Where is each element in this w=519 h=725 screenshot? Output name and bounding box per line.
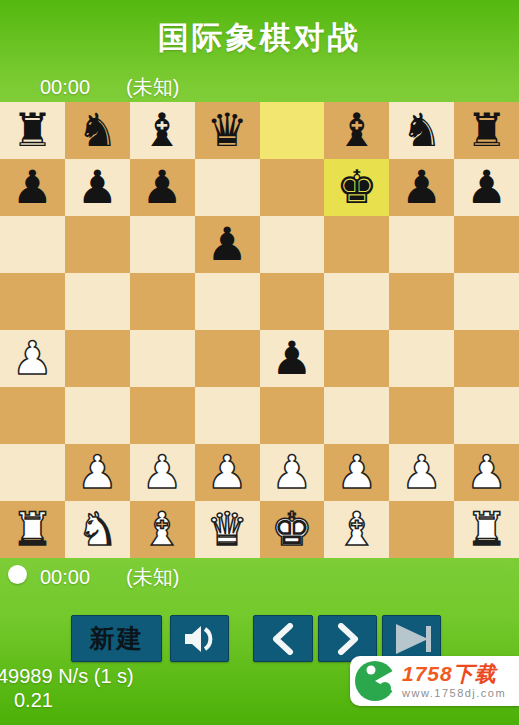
black-queen: ♛ xyxy=(206,107,247,153)
square-f2[interactable]: ♟ xyxy=(324,444,389,501)
square-d6[interactable]: ♟ xyxy=(195,216,260,273)
engine-evaluation: 0.21 xyxy=(14,688,134,712)
square-h1[interactable]: ♜ xyxy=(454,501,519,558)
square-e1[interactable]: ♚ xyxy=(260,501,325,558)
engine-speed: 49989 N/s (1 s) xyxy=(0,664,134,688)
next-move-button[interactable] xyxy=(318,615,377,662)
white-bishop: ♝ xyxy=(142,506,183,552)
square-e2[interactable]: ♟ xyxy=(260,444,325,501)
square-g1[interactable] xyxy=(389,501,454,558)
square-a3[interactable] xyxy=(0,387,65,444)
white-pawn: ♟ xyxy=(12,335,53,381)
white-pawn: ♟ xyxy=(336,449,377,495)
square-c2[interactable]: ♟ xyxy=(130,444,195,501)
square-f6[interactable] xyxy=(324,216,389,273)
white-bishop: ♝ xyxy=(336,506,377,552)
square-f3[interactable] xyxy=(324,387,389,444)
square-b7[interactable]: ♟ xyxy=(65,159,130,216)
square-h8[interactable]: ♜ xyxy=(454,102,519,159)
square-g5[interactable] xyxy=(389,273,454,330)
white-knight: ♞ xyxy=(77,506,118,552)
square-a5[interactable] xyxy=(0,273,65,330)
square-b6[interactable] xyxy=(65,216,130,273)
square-h5[interactable] xyxy=(454,273,519,330)
square-d2[interactable]: ♟ xyxy=(195,444,260,501)
square-e5[interactable] xyxy=(260,273,325,330)
white-pawn: ♟ xyxy=(77,449,118,495)
white-queen: ♛ xyxy=(206,506,247,552)
white-rook: ♜ xyxy=(12,506,53,552)
square-b8[interactable]: ♞ xyxy=(65,102,130,159)
black-knight: ♞ xyxy=(77,107,118,153)
square-c4[interactable] xyxy=(130,330,195,387)
sound-button[interactable] xyxy=(170,615,229,662)
square-b2[interactable]: ♟ xyxy=(65,444,130,501)
square-e4[interactable]: ♟ xyxy=(260,330,325,387)
square-f4[interactable] xyxy=(324,330,389,387)
white-pawn: ♟ xyxy=(466,449,507,495)
square-d1[interactable]: ♛ xyxy=(195,501,260,558)
black-rook: ♜ xyxy=(466,107,507,153)
square-e7[interactable] xyxy=(260,159,325,216)
square-b1[interactable]: ♞ xyxy=(65,501,130,558)
black-pawn: ♟ xyxy=(12,164,53,210)
square-b5[interactable] xyxy=(65,273,130,330)
square-g6[interactable] xyxy=(389,216,454,273)
black-pawn: ♟ xyxy=(271,335,312,381)
square-a1[interactable]: ♜ xyxy=(0,501,65,558)
square-e8[interactable] xyxy=(260,102,325,159)
square-g3[interactable] xyxy=(389,387,454,444)
black-bishop: ♝ xyxy=(336,107,377,153)
white-clock: 00:00 xyxy=(40,566,98,589)
white-pawn: ♟ xyxy=(271,449,312,495)
white-pawn: ♟ xyxy=(206,449,247,495)
pacman-icon xyxy=(354,659,398,703)
black-pawn: ♟ xyxy=(401,164,442,210)
square-d3[interactable] xyxy=(195,387,260,444)
square-h7[interactable]: ♟ xyxy=(454,159,519,216)
skip-to-end-icon xyxy=(392,622,432,656)
square-g4[interactable] xyxy=(389,330,454,387)
black-player-name: (未知) xyxy=(126,74,179,101)
square-h6[interactable] xyxy=(454,216,519,273)
white-player-status: 00:00(未知) xyxy=(40,564,179,591)
chevron-right-icon xyxy=(336,623,360,655)
square-c1[interactable]: ♝ xyxy=(130,501,195,558)
square-a8[interactable]: ♜ xyxy=(0,102,65,159)
square-a4[interactable]: ♟ xyxy=(0,330,65,387)
square-e3[interactable] xyxy=(260,387,325,444)
skip-to-end-button[interactable] xyxy=(382,615,441,662)
black-bishop: ♝ xyxy=(142,107,183,153)
watermark-text: 1758下载 www.1758dj.com xyxy=(402,663,506,699)
square-d8[interactable]: ♛ xyxy=(195,102,260,159)
new-game-button[interactable]: 新建 xyxy=(71,615,162,662)
engine-info: 49989 N/s (1 s) 0.21 xyxy=(0,664,134,712)
square-a7[interactable]: ♟ xyxy=(0,159,65,216)
page-title: 国际象棋对战 xyxy=(0,17,519,59)
watermark-brand: 1758下载 xyxy=(402,663,506,684)
white-turn-indicator xyxy=(8,565,27,584)
watermark-url: www.1758dj.com xyxy=(402,688,506,699)
square-c3[interactable] xyxy=(130,387,195,444)
square-a2[interactable] xyxy=(0,444,65,501)
square-g8[interactable]: ♞ xyxy=(389,102,454,159)
square-c7[interactable]: ♟ xyxy=(130,159,195,216)
app-root: 国际象棋对战 00:00(未知) ♜♞♝♛♝♞♜♟♟♟♚♟♟♟♟♟♟♟♟♟♟♟♟… xyxy=(0,0,519,725)
black-pawn: ♟ xyxy=(142,164,183,210)
black-pawn: ♟ xyxy=(466,164,507,210)
chess-board[interactable]: ♜♞♝♛♝♞♜♟♟♟♚♟♟♟♟♟♟♟♟♟♟♟♟♜♞♝♛♚♝♜ xyxy=(0,102,519,558)
square-e6[interactable] xyxy=(260,216,325,273)
black-knight: ♞ xyxy=(401,107,442,153)
speaker-icon xyxy=(183,624,217,654)
square-h2[interactable]: ♟ xyxy=(454,444,519,501)
square-b3[interactable] xyxy=(65,387,130,444)
square-f7[interactable]: ♚ xyxy=(324,159,389,216)
black-clock: 00:00 xyxy=(40,76,98,99)
black-king: ♚ xyxy=(336,164,377,210)
square-c5[interactable] xyxy=(130,273,195,330)
white-rook: ♜ xyxy=(466,506,507,552)
white-player-name: (未知) xyxy=(126,564,179,591)
watermark: 1758下载 www.1758dj.com xyxy=(350,656,519,706)
chevron-left-icon xyxy=(271,623,295,655)
black-player-status: 00:00(未知) xyxy=(40,74,179,101)
square-f8[interactable]: ♝ xyxy=(324,102,389,159)
square-h4[interactable] xyxy=(454,330,519,387)
square-d4[interactable] xyxy=(195,330,260,387)
white-pawn: ♟ xyxy=(142,449,183,495)
square-d5[interactable] xyxy=(195,273,260,330)
previous-move-button[interactable] xyxy=(253,615,313,662)
black-rook: ♜ xyxy=(12,107,53,153)
square-g2[interactable]: ♟ xyxy=(389,444,454,501)
square-c6[interactable] xyxy=(130,216,195,273)
white-pawn: ♟ xyxy=(401,449,442,495)
square-c8[interactable]: ♝ xyxy=(130,102,195,159)
square-h3[interactable] xyxy=(454,387,519,444)
square-g7[interactable]: ♟ xyxy=(389,159,454,216)
white-king: ♚ xyxy=(271,506,312,552)
square-f5[interactable] xyxy=(324,273,389,330)
square-b4[interactable] xyxy=(65,330,130,387)
square-a6[interactable] xyxy=(0,216,65,273)
square-d7[interactable] xyxy=(195,159,260,216)
square-f1[interactable]: ♝ xyxy=(324,501,389,558)
black-pawn: ♟ xyxy=(206,221,247,267)
black-pawn: ♟ xyxy=(77,164,118,210)
